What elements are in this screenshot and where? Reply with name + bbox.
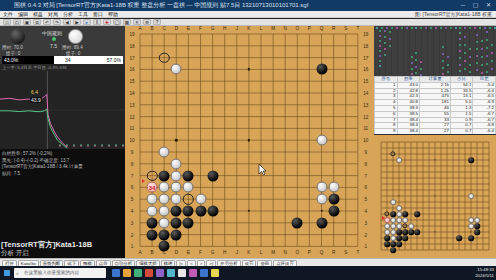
scatter-dot [476, 34, 478, 36]
coordinate-label: G [211, 250, 215, 255]
white-stone[interactable] [328, 182, 339, 193]
scatter-dot [396, 27, 398, 29]
coordinate-label: 4 [365, 209, 368, 214]
white-stone[interactable] [159, 194, 170, 205]
scatter-dot [435, 27, 437, 29]
black-time-label: 用时: 70.0 [2, 45, 23, 50]
scatter-dot [406, 27, 408, 29]
coordinate-label: Q [320, 26, 324, 31]
coordinate-label: 1 [131, 244, 134, 249]
black-stone[interactable] [474, 223, 480, 229]
rules-label: 中国规则 [42, 30, 62, 36]
coordinate-label: F [199, 26, 202, 31]
menu-item[interactable]: 文件 [3, 11, 13, 18]
search-icon: ⌕ [16, 268, 19, 278]
white-stone[interactable] [474, 217, 480, 223]
scatter-dot [486, 31, 488, 33]
settings-icon[interactable]: ⚙ [143, 19, 151, 25]
white-captures-label: 提子: 0 [66, 51, 80, 56]
scatter-dot [464, 52, 466, 54]
scatter-dot [491, 44, 493, 46]
coordinate-label: 15 [129, 79, 134, 84]
white-stone[interactable] [468, 217, 474, 223]
white-stone[interactable] [316, 194, 327, 205]
coordinate-label: 9 [131, 150, 134, 155]
black-stone[interactable] [384, 241, 390, 247]
scatter-dot [459, 70, 461, 72]
engine-on-indicator [52, 37, 56, 41]
black-stone[interactable] [159, 170, 170, 181]
scatter-dot [411, 62, 413, 64]
scatter-dot [476, 41, 478, 43]
white-stone[interactable] [384, 223, 390, 229]
engine-status: 分析 开启 [1, 249, 29, 258]
white-time-label: 用时: 89.4 [62, 45, 83, 50]
scatter-dot [379, 30, 381, 32]
scatter-dot [464, 68, 466, 70]
scatter-dot [442, 46, 444, 48]
scatter-dot [411, 68, 413, 70]
black-stone[interactable] [171, 206, 182, 217]
coordinate-label: 2 [131, 232, 134, 237]
coordinate-label: C [163, 26, 166, 31]
black-stone[interactable] [390, 211, 396, 217]
taskbar-app-icon[interactable] [112, 269, 120, 277]
scatter-dot [494, 27, 496, 29]
scatter-dot [469, 27, 471, 29]
black-stone[interactable] [207, 170, 218, 181]
taskbar-app-icon[interactable] [211, 269, 219, 277]
coordinate-label: 5 [131, 197, 134, 202]
white-stone[interactable] [390, 229, 396, 235]
white-stone[interactable] [390, 223, 396, 229]
coordinate-label: 7 [365, 173, 368, 178]
scatter-dot [425, 27, 427, 29]
menu-item[interactable]: 棋盘 [33, 11, 43, 18]
windows-start-icon[interactable] [4, 270, 10, 276]
scatter-dot [481, 72, 483, 74]
coordinate-label: 3 [365, 220, 368, 225]
white-stone[interactable] [159, 217, 170, 228]
scatter-dot [469, 71, 471, 73]
last-move-marker [142, 179, 145, 183]
scatter-dot [476, 55, 478, 57]
white-stone[interactable] [159, 182, 170, 193]
coordinate-label: 7 [131, 173, 134, 178]
white-stone[interactable] [171, 182, 182, 193]
scatter-dot [411, 27, 413, 29]
coordinate-label: N [284, 26, 287, 31]
scatter-dot [486, 63, 488, 65]
engine-info-line: 贴目: 7.5 [0, 171, 125, 178]
scatter-dot [464, 44, 466, 46]
coordinate-label: 8 [131, 161, 134, 166]
coordinate-label: T [356, 26, 359, 31]
redo-icon[interactable]: ↷ [53, 19, 61, 25]
white-stone[interactable] [171, 158, 182, 169]
black-stone[interactable] [207, 206, 218, 217]
white-stone[interactable] [147, 194, 158, 205]
scatter-dot [442, 73, 444, 75]
menu-item[interactable]: 分析 [63, 11, 73, 18]
white-stone[interactable] [390, 217, 396, 223]
coordinate-label: 17 [129, 55, 134, 60]
winrate-graph[interactable]: 6.4 43.9 [0, 71, 125, 150]
candidate-move-table[interactable]: 序号胜率计算量占比目差143.02.1k54.1-5.4242.81.2k33.… [374, 76, 496, 134]
coordinate-label: 19 [129, 32, 134, 37]
taskbar-app-icon[interactable] [123, 269, 131, 277]
copy-icon[interactable]: ⧉ [33, 19, 41, 25]
coordinate-label: H [223, 26, 226, 31]
graph-winrate-label: 43.9 [30, 97, 42, 103]
white-stone[interactable] [396, 157, 402, 163]
scatter-dot [486, 71, 488, 73]
scatter-dot [420, 68, 422, 70]
black-stone[interactable] [171, 217, 182, 228]
scatter-dot [391, 27, 393, 29]
help-icon[interactable]: ? [153, 19, 161, 25]
coordinate-label: 1 [365, 244, 368, 249]
coordinate-label: L [260, 250, 263, 255]
scatter-dot [491, 60, 493, 62]
scatter-dot [447, 64, 449, 66]
white-stone[interactable] [316, 182, 327, 193]
scatter-dot [481, 64, 483, 66]
scatter-dot [411, 73, 413, 75]
scatter-dot [476, 62, 478, 64]
white-stone[interactable] [316, 135, 327, 146]
black-stone[interactable] [402, 211, 408, 217]
taskbar-app-icon[interactable] [167, 269, 175, 277]
coordinate-label: 8 [365, 161, 368, 166]
scatter-dot [420, 61, 422, 63]
white-player-avatar [68, 29, 83, 44]
black-stone[interactable] [456, 235, 462, 241]
taskbar-app-icon[interactable] [145, 269, 153, 277]
black-stone[interactable] [414, 211, 420, 217]
scatter-dot [469, 56, 471, 58]
window-controls[interactable]: ─ ▢ ✕ [461, 0, 494, 11]
scatter-dot [384, 54, 386, 56]
scatter-dot [384, 30, 386, 32]
taskbar-app-icon[interactable] [189, 269, 197, 277]
analysis-panel: 用时: 70.0 提子: 0 用时: 89.4 提子: 0 中国规则 7.5 4… [0, 26, 125, 258]
window-title: 围棋 0.4.3 对局 [TensorRT官方]Kata1-18B 权重 整盘分… [0, 0, 496, 11]
list-icon[interactable]: ≡ [133, 19, 141, 25]
forward-icon[interactable]: ▶ [73, 19, 81, 25]
winrate-black-segment: 43.0% [2, 56, 54, 64]
black-stone[interactable] [159, 229, 170, 240]
coordinate-label: 11 [130, 126, 135, 131]
menu-item[interactable]: 对局 [48, 11, 58, 18]
black-stone[interactable] [402, 229, 408, 235]
scatter-dot [384, 36, 386, 38]
scatter-dot [476, 69, 478, 71]
scatter-dot [379, 50, 381, 52]
right-panel: 序号胜率计算量占比目差143.02.1k54.1-5.4242.81.2k33.… [374, 26, 496, 258]
scatter-dot [384, 42, 386, 44]
coordinate-label: 2 [365, 232, 368, 237]
scatter-dot [442, 53, 444, 55]
white-stone[interactable] [390, 199, 396, 205]
grid-icon[interactable]: ▦ [123, 19, 131, 25]
windows-taskbar: 在这里输入你要搜索的内容 ⌕ 15:48:33 2024/5/11 [0, 266, 496, 280]
black-stone[interactable] [183, 206, 194, 217]
scatter-dot [415, 52, 417, 54]
coordinate-label: 19 [363, 32, 368, 37]
black-stone[interactable] [328, 206, 339, 217]
black-stone[interactable] [316, 64, 327, 75]
coordinate-label: 6 [131, 185, 134, 190]
scatter-dot [481, 56, 483, 58]
scatter-dot [481, 48, 483, 50]
white-stone[interactable] [171, 194, 182, 205]
scatter-dot [464, 36, 466, 38]
coordinate-label: 3 [131, 220, 134, 225]
scatter-dot [479, 27, 481, 29]
scatter-dot [469, 48, 471, 50]
coordinate-label: 14 [363, 91, 368, 96]
scatter-dot [415, 66, 417, 68]
scatter-dot [445, 27, 447, 29]
menu-item[interactable]: 工具 [78, 11, 88, 18]
coordinate-label: D [175, 26, 178, 31]
play-icon[interactable]: ▸ [83, 19, 91, 25]
scatter-dot [491, 52, 493, 54]
coordinate-label: S [344, 26, 347, 31]
last-move-stone[interactable]: 34 [147, 182, 158, 193]
back-icon[interactable]: ◀ [63, 19, 71, 25]
white-stone[interactable] [183, 182, 194, 193]
new-file-icon[interactable]: □ [3, 19, 11, 25]
coordinate-label: 13 [129, 102, 134, 107]
black-stone[interactable] [147, 229, 158, 240]
white-stone[interactable] [396, 211, 402, 217]
black-stone[interactable] [195, 206, 206, 217]
coordinate-label: O [296, 26, 300, 31]
open-file-icon[interactable]: 🗀 [13, 19, 21, 25]
white-stone[interactable] [171, 64, 182, 75]
scatter-dot [486, 47, 488, 49]
coordinate-label: 12 [129, 114, 134, 119]
coordinate-label: D [175, 250, 178, 255]
menu-engine-label: 图: [TensorRT官方]Kata1-18B 权重 [415, 11, 492, 18]
winrate-white-label: 57.0% [107, 56, 121, 64]
black-stone[interactable] [396, 241, 402, 247]
scatter-dot [484, 27, 486, 29]
last-move-status: 上一手: 6.4目后 半目胜 -0.3% 636 [0, 64, 125, 71]
coordinate-label: J [236, 26, 238, 31]
search-input[interactable]: 在这里输入你要搜索的内容 [14, 268, 106, 278]
white-stone[interactable] [159, 147, 170, 158]
coordinate-label: 15 [363, 79, 368, 84]
last-move-stone[interactable] [384, 217, 390, 223]
coordinate-label: R [332, 26, 335, 31]
white-stone[interactable] [468, 223, 474, 229]
coordinate-label: 9 [365, 150, 368, 155]
taskbar-app-icon[interactable] [178, 269, 186, 277]
scatter-dot [442, 67, 444, 69]
coordinate-label: P [308, 26, 311, 31]
control-bar: 打开KataGo形势判断试下悔棋点目自动分析懂棋大师棋谱|<<>>|开启分析设置… [0, 258, 496, 266]
white-stone[interactable] [396, 223, 402, 229]
black-stone[interactable] [468, 157, 474, 163]
white-stone[interactable] [396, 205, 402, 211]
scatter-dot [486, 55, 488, 57]
coordinate-label: E [187, 26, 190, 31]
black-stone[interactable] [408, 229, 414, 235]
scatter-dot [379, 65, 381, 67]
black-stone[interactable] [468, 235, 474, 241]
scatter-dot [459, 50, 461, 52]
scatter-dot [447, 56, 449, 58]
scatter-dot [489, 27, 491, 29]
coordinate-label: K [247, 26, 250, 31]
coordinate-label: A [138, 250, 141, 255]
coordinate-label: P [308, 250, 311, 255]
coordinate-label: 14 [129, 91, 134, 96]
scatter-dot [459, 44, 461, 46]
black-stone[interactable] [390, 247, 396, 253]
scatter-dot [486, 39, 488, 41]
scatter-dot [420, 27, 422, 29]
engine-output-area: 白棋胜率: 57.2% (-0.2%)黑先: (-0.4)–(-0.2) 不确定… [0, 149, 125, 258]
white-stone[interactable] [396, 217, 402, 223]
white-stone[interactable] [390, 235, 396, 241]
taskbar-app-icon[interactable] [134, 269, 142, 277]
mark-circle-icon[interactable]: ◯ [113, 19, 121, 25]
black-stone[interactable] [414, 229, 420, 235]
go-board[interactable]: AA1919BB1818CC1717DD1616EE1515FF1414GG13… [125, 26, 374, 258]
scatter-dot [381, 27, 383, 29]
pause-icon[interactable]: ‖ [93, 19, 101, 25]
scatter-dot [464, 27, 466, 29]
white-stone[interactable] [384, 229, 390, 235]
scatter-dot [442, 60, 444, 62]
black-stone[interactable] [183, 170, 194, 181]
undo-icon[interactable]: ↶ [43, 19, 51, 25]
coordinate-label: 10 [363, 138, 368, 143]
black-stone[interactable] [183, 217, 194, 228]
system-tray[interactable]: 15:48:33 2024/5/11 [475, 267, 494, 279]
coordinate-label: A [138, 26, 141, 31]
scatter-dot [450, 27, 452, 29]
coordinate-label: G [211, 26, 215, 31]
coordinate-label: O [296, 250, 300, 255]
scatter-dot [379, 55, 381, 57]
black-stone[interactable] [159, 241, 170, 252]
coordinate-label: 17 [363, 55, 368, 60]
menu-item[interactable]: 窗口 [93, 11, 103, 18]
coordinate-label: F [199, 250, 202, 255]
white-stone[interactable] [468, 193, 474, 199]
black-stone[interactable] [390, 241, 396, 247]
black-stone[interactable] [384, 235, 390, 241]
white-stone[interactable] [147, 206, 158, 217]
scatter-dot [481, 40, 483, 42]
black-stone[interactable] [171, 229, 182, 240]
scatter-dot [415, 59, 417, 61]
coordinate-label: 18 [129, 43, 134, 48]
scatter-dot [401, 27, 403, 29]
menu-item[interactable]: 帮助 [108, 11, 118, 18]
komi-value: 7.5 [50, 43, 57, 49]
black-stone[interactable] [292, 217, 303, 228]
white-stone[interactable] [408, 223, 414, 229]
coordinate-label: 16 [363, 67, 368, 72]
black-stone[interactable] [328, 194, 339, 205]
scatter-dot [459, 38, 461, 40]
last-move-marker [382, 216, 385, 220]
coordinate-label: H [223, 250, 226, 255]
coordinate-label: 12 [363, 114, 368, 119]
scatter-dot [447, 71, 449, 73]
scatter-dot [459, 57, 461, 59]
coordinate-label: 13 [363, 102, 368, 107]
coordinate-label: 5 [365, 197, 368, 202]
scatter-dot [459, 32, 461, 34]
black-stone[interactable] [396, 235, 402, 241]
white-stone[interactable] [195, 194, 206, 205]
coordinate-label: M [271, 250, 275, 255]
taskbar-app-icon[interactable] [200, 269, 208, 277]
coordinate-label: K [247, 250, 250, 255]
winrate-bar: 43.0% 34 57.0% [2, 56, 123, 64]
scatter-dot [459, 64, 461, 66]
black-captures-label: 提子: 0 [6, 51, 20, 56]
scatter-dot [476, 48, 478, 50]
black-stone[interactable] [316, 217, 327, 228]
white-stone[interactable] [171, 170, 182, 181]
coordinate-label: 16 [129, 67, 134, 72]
graph-score-label: 6.4 [31, 89, 38, 95]
scatter-dot [379, 60, 381, 62]
menu-item[interactable]: 编辑 [18, 11, 28, 18]
coordinate-label: S [344, 250, 347, 255]
preview-board[interactable] [374, 134, 496, 259]
scatter-dot [415, 27, 417, 29]
scatter-dot [469, 64, 471, 66]
coordinate-label: R [332, 250, 335, 255]
coordinate-label: E [187, 250, 190, 255]
move-quality-scatter [374, 26, 496, 76]
black-stone[interactable] [396, 229, 402, 235]
scatter-dot [474, 27, 476, 29]
mark-cross-icon[interactable]: ✚ [103, 19, 111, 25]
scatter-dot [379, 35, 381, 37]
coordinate-label: 4 [131, 209, 134, 214]
scatter-dot [430, 27, 432, 29]
save-icon[interactable]: ▣ [23, 19, 31, 25]
white-stone[interactable] [159, 206, 170, 217]
black-stone[interactable] [402, 235, 408, 241]
scatter-dot [376, 27, 378, 29]
coordinate-label: M [271, 26, 275, 31]
taskbar-app-icon[interactable] [156, 269, 164, 277]
coordinate-label: 11 [363, 126, 368, 131]
coordinate-label: Q [320, 250, 324, 255]
scatter-dot [389, 45, 391, 47]
coordinate-label: 18 [363, 43, 368, 48]
scatter-dot [389, 38, 391, 40]
scatter-dot [455, 27, 457, 29]
scatter-dot [491, 68, 493, 70]
tray-date: 2024/5/11 [475, 273, 494, 279]
white-stone[interactable] [402, 217, 408, 223]
scatter-dot [379, 45, 381, 47]
black-stone[interactable] [474, 229, 480, 235]
black-stone[interactable] [147, 217, 158, 228]
